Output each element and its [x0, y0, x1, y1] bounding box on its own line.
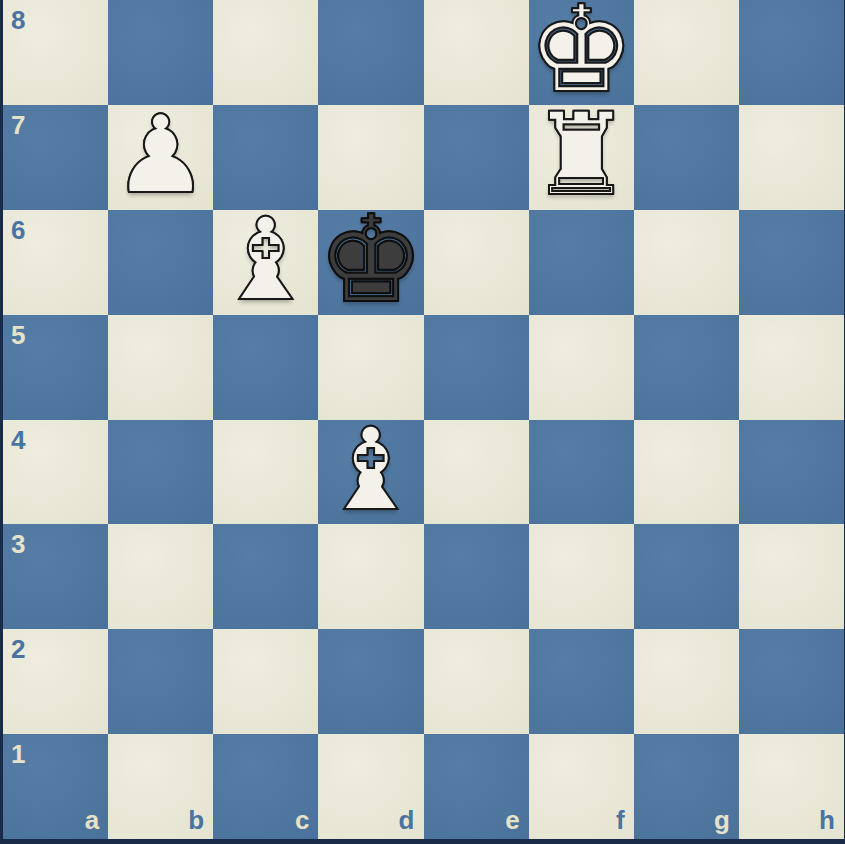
- square-a7[interactable]: 7: [3, 105, 108, 210]
- square-g1[interactable]: g: [634, 734, 739, 839]
- square-e1[interactable]: e: [424, 734, 529, 839]
- square-g2[interactable]: [634, 629, 739, 734]
- file-label-d: d: [399, 807, 415, 833]
- white-bishop[interactable]: ♝: [318, 418, 423, 523]
- file-label-f: f: [616, 807, 625, 833]
- square-a8[interactable]: 8: [3, 0, 108, 105]
- square-e3[interactable]: [424, 524, 529, 629]
- square-b4[interactable]: [108, 420, 213, 525]
- square-f6[interactable]: [529, 210, 634, 315]
- square-g8[interactable]: [634, 0, 739, 105]
- black-king[interactable]: ♚: [318, 208, 423, 313]
- file-label-b: b: [188, 807, 204, 833]
- square-c5[interactable]: [213, 315, 318, 420]
- file-label-g: g: [714, 807, 730, 833]
- square-d3[interactable]: [318, 524, 423, 629]
- square-c8[interactable]: [213, 0, 318, 105]
- square-a3[interactable]: 3: [3, 524, 108, 629]
- square-e4[interactable]: [424, 420, 529, 525]
- square-e2[interactable]: [424, 629, 529, 734]
- square-h6[interactable]: [739, 210, 844, 315]
- square-d4[interactable]: ♝: [318, 420, 423, 525]
- square-d6[interactable]: ♚: [318, 210, 423, 315]
- square-e5[interactable]: [424, 315, 529, 420]
- square-a5[interactable]: 5: [3, 315, 108, 420]
- square-b6[interactable]: [108, 210, 213, 315]
- rank-label-1: 1: [11, 741, 25, 767]
- square-f1[interactable]: f: [529, 734, 634, 839]
- square-f2[interactable]: [529, 629, 634, 734]
- square-a1[interactable]: 1a: [3, 734, 108, 839]
- square-b3[interactable]: [108, 524, 213, 629]
- square-g6[interactable]: [634, 210, 739, 315]
- square-c6[interactable]: ♝: [213, 210, 318, 315]
- square-c4[interactable]: [213, 420, 318, 525]
- square-f4[interactable]: [529, 420, 634, 525]
- square-h8[interactable]: [739, 0, 844, 105]
- file-label-a: a: [85, 807, 99, 833]
- square-d2[interactable]: [318, 629, 423, 734]
- white-rook[interactable]: ♜: [529, 103, 634, 208]
- square-b5[interactable]: [108, 315, 213, 420]
- square-f5[interactable]: [529, 315, 634, 420]
- square-h5[interactable]: [739, 315, 844, 420]
- chess-board: 8♚7♟♜6♝♚54♝321abcdefgh: [3, 0, 844, 839]
- square-a2[interactable]: 2: [3, 629, 108, 734]
- square-b8[interactable]: [108, 0, 213, 105]
- rank-label-8: 8: [11, 7, 25, 33]
- file-label-c: c: [295, 807, 309, 833]
- square-h3[interactable]: [739, 524, 844, 629]
- square-e7[interactable]: [424, 105, 529, 210]
- square-d1[interactable]: d: [318, 734, 423, 839]
- square-h1[interactable]: h: [739, 734, 844, 839]
- rank-label-5: 5: [11, 322, 25, 348]
- rank-label-3: 3: [11, 531, 25, 557]
- square-h2[interactable]: [739, 629, 844, 734]
- square-g3[interactable]: [634, 524, 739, 629]
- square-b1[interactable]: b: [108, 734, 213, 839]
- file-label-e: e: [505, 807, 519, 833]
- square-c2[interactable]: [213, 629, 318, 734]
- square-h7[interactable]: [739, 105, 844, 210]
- square-g5[interactable]: [634, 315, 739, 420]
- square-f3[interactable]: [529, 524, 634, 629]
- square-c3[interactable]: [213, 524, 318, 629]
- square-a6[interactable]: 6: [3, 210, 108, 315]
- square-g7[interactable]: [634, 105, 739, 210]
- rank-label-7: 7: [11, 112, 25, 138]
- square-c1[interactable]: c: [213, 734, 318, 839]
- white-bishop[interactable]: ♝: [213, 208, 318, 313]
- square-b2[interactable]: [108, 629, 213, 734]
- square-d8[interactable]: [318, 0, 423, 105]
- square-f7[interactable]: ♜: [529, 105, 634, 210]
- square-b7[interactable]: ♟: [108, 105, 213, 210]
- square-g4[interactable]: [634, 420, 739, 525]
- board-frame: 8♚7♟♜6♝♚54♝321abcdefgh: [0, 0, 845, 844]
- square-e8[interactable]: [424, 0, 529, 105]
- square-h4[interactable]: [739, 420, 844, 525]
- rank-label-6: 6: [11, 217, 25, 243]
- square-e6[interactable]: [424, 210, 529, 315]
- file-label-h: h: [819, 807, 835, 833]
- rank-label-2: 2: [11, 636, 25, 662]
- white-pawn[interactable]: ♟: [108, 103, 213, 208]
- rank-label-4: 4: [11, 427, 25, 453]
- square-a4[interactable]: 4: [3, 420, 108, 525]
